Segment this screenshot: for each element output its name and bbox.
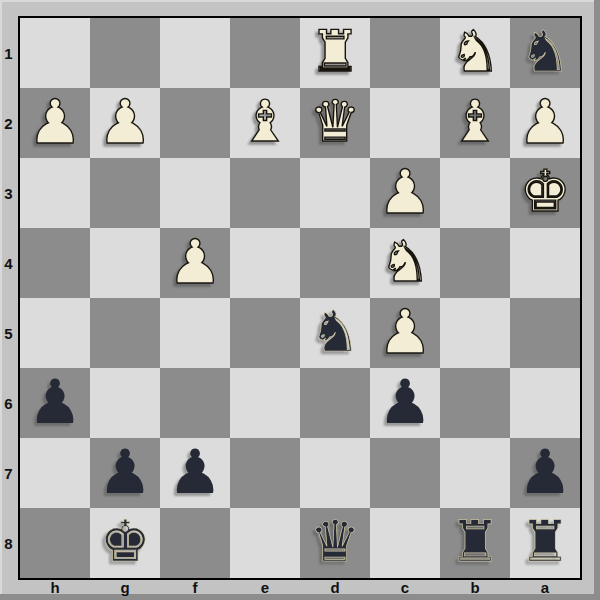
rank-label-5: 5 — [0, 298, 17, 368]
white-pawn-piece[interactable]: ♟ — [370, 158, 440, 228]
square-c7[interactable] — [370, 438, 440, 508]
square-c5[interactable]: ♟ — [370, 298, 440, 368]
square-b6[interactable] — [440, 368, 510, 438]
square-f4[interactable]: ♟ — [160, 228, 230, 298]
square-d4[interactable] — [300, 228, 370, 298]
square-f5[interactable] — [160, 298, 230, 368]
square-c8[interactable] — [370, 508, 440, 578]
square-c1[interactable] — [370, 18, 440, 88]
white-rook-piece[interactable]: ♜ — [300, 18, 370, 88]
file-label-d: d — [300, 580, 370, 595]
frame-highlight-top — [0, 0, 600, 2]
square-h4[interactable] — [20, 228, 90, 298]
white-queen-piece[interactable]: ♛ — [300, 88, 370, 158]
white-pawn-piece[interactable]: ♟ — [90, 88, 160, 158]
rank-label-1: 1 — [0, 18, 17, 88]
black-rook-piece[interactable]: ♜ — [440, 508, 510, 578]
square-b1[interactable]: ♞ — [440, 18, 510, 88]
square-h8[interactable] — [20, 508, 90, 578]
square-f3[interactable] — [160, 158, 230, 228]
square-f8[interactable] — [160, 508, 230, 578]
square-c3[interactable]: ♟ — [370, 158, 440, 228]
square-d3[interactable] — [300, 158, 370, 228]
square-b3[interactable] — [440, 158, 510, 228]
white-king-piece[interactable]: ♚ — [510, 158, 580, 228]
black-rook-piece[interactable]: ♜ — [510, 508, 580, 578]
square-g6[interactable] — [90, 368, 160, 438]
file-label-c: c — [370, 580, 440, 595]
square-b5[interactable] — [440, 298, 510, 368]
square-d5[interactable]: ♞ — [300, 298, 370, 368]
black-king-piece[interactable]: ♚ — [90, 508, 160, 578]
square-b8[interactable]: ♜ — [440, 508, 510, 578]
rank-label-4: 4 — [0, 228, 17, 298]
square-a7[interactable]: ♟ — [510, 438, 580, 508]
square-a6[interactable] — [510, 368, 580, 438]
square-g3[interactable] — [90, 158, 160, 228]
white-pawn-piece[interactable]: ♟ — [370, 298, 440, 368]
black-knight-piece[interactable]: ♞ — [510, 18, 580, 88]
square-h3[interactable] — [20, 158, 90, 228]
square-h2[interactable]: ♟ — [20, 88, 90, 158]
square-h1[interactable] — [20, 18, 90, 88]
rank-label-3: 3 — [0, 158, 17, 228]
square-b7[interactable] — [440, 438, 510, 508]
square-e4[interactable] — [230, 228, 300, 298]
white-pawn-piece[interactable]: ♟ — [160, 228, 230, 298]
black-pawn-piece[interactable]: ♟ — [160, 438, 230, 508]
file-label-f: f — [160, 580, 230, 595]
square-g5[interactable] — [90, 298, 160, 368]
square-g7[interactable]: ♟ — [90, 438, 160, 508]
white-knight-piece[interactable]: ♞ — [440, 18, 510, 88]
square-g4[interactable] — [90, 228, 160, 298]
rank-label-7: 7 — [0, 438, 17, 508]
file-label-g: g — [90, 580, 160, 595]
rank-label-8: 8 — [0, 508, 17, 578]
square-f7[interactable]: ♟ — [160, 438, 230, 508]
square-e1[interactable] — [230, 18, 300, 88]
square-a8[interactable]: ♜ — [510, 508, 580, 578]
black-pawn-piece[interactable]: ♟ — [510, 438, 580, 508]
square-e5[interactable] — [230, 298, 300, 368]
board-grid: ♜♞♞♟♟♝♛♝♟♟♚♟♞♞♟♟♟♟♟♟♚♛♜♜ — [18, 16, 582, 580]
square-d2[interactable]: ♛ — [300, 88, 370, 158]
black-pawn-piece[interactable]: ♟ — [370, 368, 440, 438]
square-a4[interactable] — [510, 228, 580, 298]
rank-label-2: 2 — [0, 88, 17, 158]
black-pawn-piece[interactable]: ♟ — [90, 438, 160, 508]
square-g1[interactable] — [90, 18, 160, 88]
square-a2[interactable]: ♟ — [510, 88, 580, 158]
square-h7[interactable] — [20, 438, 90, 508]
square-f6[interactable] — [160, 368, 230, 438]
square-c6[interactable]: ♟ — [370, 368, 440, 438]
square-f2[interactable] — [160, 88, 230, 158]
rank-label-6: 6 — [0, 368, 17, 438]
black-pawn-piece[interactable]: ♟ — [20, 368, 90, 438]
square-d6[interactable] — [300, 368, 370, 438]
square-b2[interactable]: ♝ — [440, 88, 510, 158]
square-h5[interactable] — [20, 298, 90, 368]
white-bishop-piece[interactable]: ♝ — [440, 88, 510, 158]
file-label-a: a — [510, 580, 580, 595]
square-e7[interactable] — [230, 438, 300, 508]
square-d1[interactable]: ♜ — [300, 18, 370, 88]
black-queen-piece[interactable]: ♛ — [300, 508, 370, 578]
file-label-e: e — [230, 580, 300, 595]
frame-shadow-right — [594, 0, 600, 600]
file-label-h: h — [20, 580, 90, 595]
square-e3[interactable] — [230, 158, 300, 228]
black-knight-piece[interactable]: ♞ — [300, 298, 370, 368]
white-pawn-piece[interactable]: ♟ — [510, 88, 580, 158]
square-g2[interactable]: ♟ — [90, 88, 160, 158]
square-a5[interactable] — [510, 298, 580, 368]
square-d8[interactable]: ♛ — [300, 508, 370, 578]
square-e2[interactable]: ♝ — [230, 88, 300, 158]
square-f1[interactable] — [160, 18, 230, 88]
square-g8[interactable]: ♚ — [90, 508, 160, 578]
file-label-b: b — [440, 580, 510, 595]
white-pawn-piece[interactable]: ♟ — [20, 88, 90, 158]
square-a1[interactable]: ♞ — [510, 18, 580, 88]
white-knight-piece[interactable]: ♞ — [370, 228, 440, 298]
square-e8[interactable] — [230, 508, 300, 578]
square-c2[interactable] — [370, 88, 440, 158]
square-d7[interactable] — [300, 438, 370, 508]
square-a3[interactable]: ♚ — [510, 158, 580, 228]
square-h6[interactable]: ♟ — [20, 368, 90, 438]
square-c4[interactable]: ♞ — [370, 228, 440, 298]
chess-diagram: ♜♞♞♟♟♝♛♝♟♟♚♟♞♞♟♟♟♟♟♟♚♛♜♜ 12345678 hgfedc… — [0, 0, 600, 600]
square-e6[interactable] — [230, 368, 300, 438]
square-b4[interactable] — [440, 228, 510, 298]
white-bishop-piece[interactable]: ♝ — [230, 88, 300, 158]
